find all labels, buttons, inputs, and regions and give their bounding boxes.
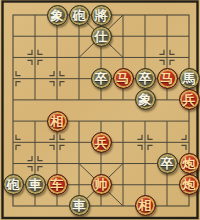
- xiangqi-board: 象砲將仕卒卒馬象卒砲車車马马兵相兵炮帅炮车相: [0, 0, 200, 220]
- piece-black-chariot[interactable]: 車: [69, 195, 90, 216]
- piece-black-cannon[interactable]: 砲: [3, 174, 24, 195]
- piece-black-elephant[interactable]: 象: [47, 5, 68, 26]
- piece-red-soldier[interactable]: 兵: [179, 89, 200, 110]
- piece-black-advisor[interactable]: 仕: [91, 26, 112, 47]
- piece-red-cannon[interactable]: 炮: [179, 174, 200, 195]
- piece-black-soldier[interactable]: 卒: [157, 153, 178, 174]
- piece-red-elephant[interactable]: 相: [47, 111, 68, 132]
- piece-black-chariot[interactable]: 車: [25, 174, 46, 195]
- piece-black-horse[interactable]: 馬: [179, 68, 200, 89]
- piece-black-elephant[interactable]: 象: [135, 89, 156, 110]
- piece-red-soldier[interactable]: 兵: [91, 132, 112, 153]
- piece-red-general[interactable]: 帅: [91, 174, 112, 195]
- piece-red-horse[interactable]: 马: [113, 68, 134, 89]
- piece-red-elephant[interactable]: 相: [135, 195, 156, 216]
- piece-black-cannon[interactable]: 砲: [69, 5, 90, 26]
- pieces-layer: 象砲將仕卒卒馬象卒砲車車马马兵相兵炮帅炮车相: [0, 0, 200, 220]
- piece-black-soldier[interactable]: 卒: [135, 68, 156, 89]
- piece-black-general[interactable]: 將: [91, 5, 112, 26]
- piece-red-chariot[interactable]: 车: [47, 174, 68, 195]
- piece-black-soldier[interactable]: 卒: [91, 68, 112, 89]
- piece-red-horse[interactable]: 马: [157, 68, 178, 89]
- piece-red-cannon[interactable]: 炮: [179, 153, 200, 174]
